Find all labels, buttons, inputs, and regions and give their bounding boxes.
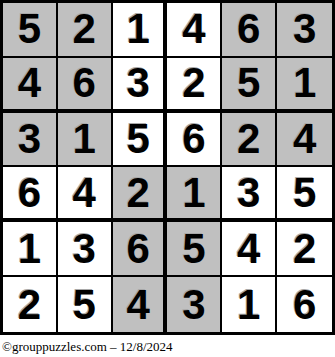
- copyright-date-text: ©grouppuzzles.com – 12/8/2024: [2, 339, 173, 355]
- cell-r1c5: 6: [222, 3, 277, 58]
- cell-r4c6: 5: [277, 167, 332, 222]
- cell-r3c5: 2: [222, 113, 277, 168]
- cell-r6c4: 3: [167, 277, 222, 332]
- cell-r2c6: 1: [277, 58, 332, 113]
- cell-r1c2: 2: [58, 3, 113, 58]
- cell-r1c4: 4: [167, 3, 222, 58]
- cell-r3c6: 4: [277, 113, 332, 168]
- cell-r4c1: 6: [3, 167, 58, 222]
- cell-r5c3: 6: [113, 222, 168, 277]
- cell-r2c5: 5: [222, 58, 277, 113]
- cell-r4c5: 3: [222, 167, 277, 222]
- cell-r4c4: 1: [167, 167, 222, 222]
- cell-r6c3: 4: [113, 277, 168, 332]
- cell-r5c5: 4: [222, 222, 277, 277]
- cell-r1c6: 3: [277, 3, 332, 58]
- cell-r5c2: 3: [58, 222, 113, 277]
- cell-r2c1: 4: [3, 58, 58, 113]
- cell-r1c1: 5: [3, 3, 58, 58]
- sudoku-board: 521463463251315624642135136542254316: [0, 0, 335, 335]
- cell-r3c1: 3: [3, 113, 58, 168]
- cell-r6c5: 1: [222, 277, 277, 332]
- cell-r6c1: 2: [3, 277, 58, 332]
- cell-r1c3: 1: [113, 3, 168, 58]
- cell-r4c3: 2: [113, 167, 168, 222]
- puzzle-page: 521463463251315624642135136542254316 ©gr…: [0, 0, 335, 357]
- cell-r4c2: 4: [58, 167, 113, 222]
- cell-r6c2: 5: [58, 277, 113, 332]
- cell-r2c4: 2: [167, 58, 222, 113]
- cell-r2c3: 3: [113, 58, 168, 113]
- cell-r3c2: 1: [58, 113, 113, 168]
- cell-r2c2: 6: [58, 58, 113, 113]
- cell-r5c1: 1: [3, 222, 58, 277]
- cell-r3c4: 6: [167, 113, 222, 168]
- cell-r5c4: 5: [167, 222, 222, 277]
- cell-r5c6: 2: [277, 222, 332, 277]
- cell-r6c6: 6: [277, 277, 332, 332]
- cell-r3c3: 5: [113, 113, 168, 168]
